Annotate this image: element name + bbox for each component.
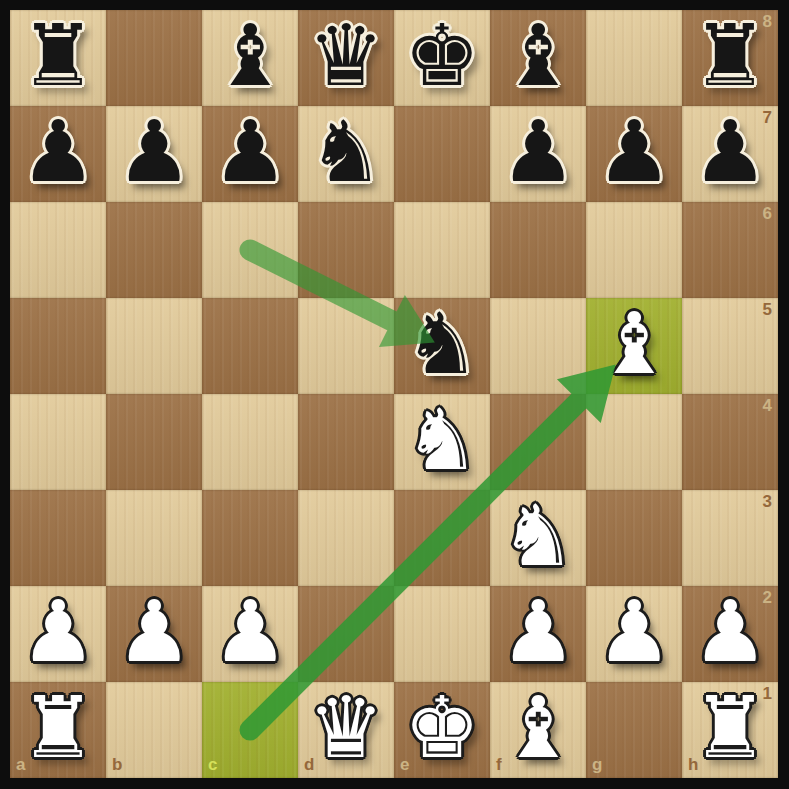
square-d8[interactable]: ♛ xyxy=(298,10,394,106)
square-a7[interactable]: ♟ xyxy=(10,106,106,202)
piece-black-pawn-c7[interactable]: ♟ xyxy=(202,103,298,199)
square-f7[interactable]: ♟ xyxy=(490,106,586,202)
rank-label-3: 3 xyxy=(763,492,772,512)
square-b3[interactable] xyxy=(106,490,202,586)
square-a5[interactable] xyxy=(10,298,106,394)
square-f2[interactable]: ♟ xyxy=(490,586,586,682)
square-b4[interactable] xyxy=(106,394,202,490)
rank-label-7: 7 xyxy=(763,108,772,128)
square-b2[interactable]: ♟ xyxy=(106,586,202,682)
file-label-d: d xyxy=(304,755,314,775)
square-h1[interactable]: ♜h1 xyxy=(682,682,778,778)
piece-white-bishop-f1[interactable]: ♝ xyxy=(490,679,586,775)
square-b7[interactable]: ♟ xyxy=(106,106,202,202)
piece-black-queen-d8[interactable]: ♛ xyxy=(298,7,394,103)
square-c8[interactable]: ♝ xyxy=(202,10,298,106)
square-e3[interactable] xyxy=(394,490,490,586)
square-c6[interactable] xyxy=(202,202,298,298)
piece-black-bishop-c8[interactable]: ♝ xyxy=(202,7,298,103)
square-a2[interactable]: ♟ xyxy=(10,586,106,682)
file-label-g: g xyxy=(592,755,602,775)
square-f8[interactable]: ♝ xyxy=(490,10,586,106)
square-h3[interactable]: 3 xyxy=(682,490,778,586)
piece-white-bishop-g5[interactable]: ♝ xyxy=(586,295,682,391)
square-g7[interactable]: ♟ xyxy=(586,106,682,202)
square-d3[interactable] xyxy=(298,490,394,586)
square-g8[interactable] xyxy=(586,10,682,106)
square-g2[interactable]: ♟ xyxy=(586,586,682,682)
square-b6[interactable] xyxy=(106,202,202,298)
square-h5[interactable]: 5 xyxy=(682,298,778,394)
piece-black-king-e8[interactable]: ♚ xyxy=(394,7,490,103)
piece-black-pawn-b7[interactable]: ♟ xyxy=(106,103,202,199)
piece-black-rook-a8[interactable]: ♜ xyxy=(10,7,106,103)
square-b8[interactable] xyxy=(106,10,202,106)
rank-label-6: 6 xyxy=(763,204,772,224)
piece-black-knight-e5[interactable]: ♞ xyxy=(394,295,490,391)
square-e6[interactable] xyxy=(394,202,490,298)
square-f5[interactable] xyxy=(490,298,586,394)
square-e1[interactable]: ♚e xyxy=(394,682,490,778)
square-f4[interactable] xyxy=(490,394,586,490)
board-frame: ♜♝♛♚♝♜8♟♟♟♞♟♟♟76♞♝5♞4♞3♟♟♟♟♟♟2♜abc♛d♚e♝f… xyxy=(0,0,789,789)
square-c1[interactable]: c xyxy=(202,682,298,778)
file-label-c: c xyxy=(208,755,217,775)
piece-white-pawn-b2[interactable]: ♟ xyxy=(106,583,202,679)
square-d6[interactable] xyxy=(298,202,394,298)
rank-label-1: 1 xyxy=(763,684,772,704)
square-h7[interactable]: ♟7 xyxy=(682,106,778,202)
rank-label-2: 2 xyxy=(763,588,772,608)
piece-white-pawn-g2[interactable]: ♟ xyxy=(586,583,682,679)
square-h6[interactable]: 6 xyxy=(682,202,778,298)
square-f6[interactable] xyxy=(490,202,586,298)
file-label-h: h xyxy=(688,755,698,775)
square-b1[interactable]: b xyxy=(106,682,202,778)
square-e4[interactable]: ♞ xyxy=(394,394,490,490)
square-e2[interactable] xyxy=(394,586,490,682)
square-c3[interactable] xyxy=(202,490,298,586)
square-h2[interactable]: ♟2 xyxy=(682,586,778,682)
square-a1[interactable]: ♜a xyxy=(10,682,106,778)
piece-black-pawn-f7[interactable]: ♟ xyxy=(490,103,586,199)
square-a8[interactable]: ♜ xyxy=(10,10,106,106)
square-h8[interactable]: ♜8 xyxy=(682,10,778,106)
square-f1[interactable]: ♝f xyxy=(490,682,586,778)
piece-white-pawn-f2[interactable]: ♟ xyxy=(490,583,586,679)
square-g3[interactable] xyxy=(586,490,682,586)
square-e8[interactable]: ♚ xyxy=(394,10,490,106)
rank-label-5: 5 xyxy=(763,300,772,320)
square-f3[interactable]: ♞ xyxy=(490,490,586,586)
piece-black-knight-d7[interactable]: ♞ xyxy=(298,103,394,199)
rank-label-8: 8 xyxy=(763,12,772,32)
piece-white-knight-e4[interactable]: ♞ xyxy=(394,391,490,487)
square-e7[interactable] xyxy=(394,106,490,202)
square-g4[interactable] xyxy=(586,394,682,490)
square-b5[interactable] xyxy=(106,298,202,394)
square-e5[interactable]: ♞ xyxy=(394,298,490,394)
piece-white-knight-f3[interactable]: ♞ xyxy=(490,487,586,583)
square-g6[interactable] xyxy=(586,202,682,298)
piece-black-pawn-a7[interactable]: ♟ xyxy=(10,103,106,199)
file-label-f: f xyxy=(496,755,502,775)
square-a3[interactable] xyxy=(10,490,106,586)
file-label-e: e xyxy=(400,755,409,775)
square-h4[interactable]: 4 xyxy=(682,394,778,490)
square-d2[interactable] xyxy=(298,586,394,682)
piece-black-bishop-f8[interactable]: ♝ xyxy=(490,7,586,103)
square-c7[interactable]: ♟ xyxy=(202,106,298,202)
piece-white-pawn-c2[interactable]: ♟ xyxy=(202,583,298,679)
square-c4[interactable] xyxy=(202,394,298,490)
square-d4[interactable] xyxy=(298,394,394,490)
square-c2[interactable]: ♟ xyxy=(202,586,298,682)
chess-board: ♜♝♛♚♝♜8♟♟♟♞♟♟♟76♞♝5♞4♞3♟♟♟♟♟♟2♜abc♛d♚e♝f… xyxy=(10,10,778,778)
square-d5[interactable] xyxy=(298,298,394,394)
file-label-b: b xyxy=(112,755,122,775)
square-c5[interactable] xyxy=(202,298,298,394)
piece-white-pawn-a2[interactable]: ♟ xyxy=(10,583,106,679)
square-g5[interactable]: ♝ xyxy=(586,298,682,394)
rank-label-4: 4 xyxy=(763,396,772,416)
square-a6[interactable] xyxy=(10,202,106,298)
file-label-a: a xyxy=(16,755,25,775)
square-a4[interactable] xyxy=(10,394,106,490)
square-d7[interactable]: ♞ xyxy=(298,106,394,202)
square-g1[interactable]: g xyxy=(586,682,682,778)
piece-black-pawn-g7[interactable]: ♟ xyxy=(586,103,682,199)
square-d1[interactable]: ♛d xyxy=(298,682,394,778)
